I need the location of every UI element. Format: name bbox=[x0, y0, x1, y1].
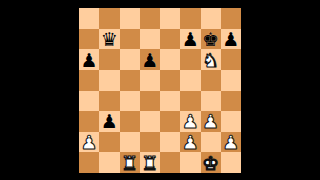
square-d4[interactable] bbox=[140, 91, 160, 112]
square-b2[interactable] bbox=[99, 132, 119, 153]
white-pawn-piece[interactable]: ♟ bbox=[202, 111, 219, 131]
square-a6[interactable]: ♟ bbox=[79, 49, 99, 70]
square-c1[interactable]: ♜ bbox=[120, 152, 140, 173]
square-f4[interactable] bbox=[180, 91, 200, 112]
square-d5[interactable] bbox=[140, 70, 160, 91]
black-pawn-piece[interactable]: ♟ bbox=[81, 50, 98, 70]
square-e4[interactable] bbox=[160, 91, 180, 112]
square-c4[interactable] bbox=[120, 91, 140, 112]
square-d1[interactable]: ♜ bbox=[140, 152, 160, 173]
square-b1[interactable] bbox=[99, 152, 119, 173]
white-king-piece[interactable]: ♚ bbox=[202, 153, 219, 173]
black-queen-piece[interactable]: ♛ bbox=[101, 29, 118, 49]
square-g1[interactable]: ♚ bbox=[201, 152, 221, 173]
square-g4[interactable] bbox=[201, 91, 221, 112]
square-e5[interactable] bbox=[160, 70, 180, 91]
white-pawn-piece[interactable]: ♟ bbox=[222, 132, 239, 152]
square-c8[interactable] bbox=[120, 8, 140, 29]
square-a2[interactable]: ♟ bbox=[79, 132, 99, 153]
square-c2[interactable] bbox=[120, 132, 140, 153]
square-a3[interactable] bbox=[79, 111, 99, 132]
chess-board: ♛♟♚♟♟♟♞♟♟♟♟♟♟♜♜♚ bbox=[79, 8, 241, 173]
square-h1[interactable] bbox=[221, 152, 241, 173]
black-pawn-piece[interactable]: ♟ bbox=[222, 29, 239, 49]
square-e1[interactable] bbox=[160, 152, 180, 173]
square-e8[interactable] bbox=[160, 8, 180, 29]
square-a7[interactable] bbox=[79, 29, 99, 50]
square-g2[interactable] bbox=[201, 132, 221, 153]
square-d2[interactable] bbox=[140, 132, 160, 153]
white-rook-piece[interactable]: ♜ bbox=[141, 153, 158, 173]
square-d6[interactable]: ♟ bbox=[140, 49, 160, 70]
square-a5[interactable] bbox=[79, 70, 99, 91]
square-g7[interactable]: ♚ bbox=[201, 29, 221, 50]
square-g5[interactable] bbox=[201, 70, 221, 91]
square-f5[interactable] bbox=[180, 70, 200, 91]
letterbox-background: ♛♟♚♟♟♟♞♟♟♟♟♟♟♜♜♚ bbox=[0, 0, 320, 180]
square-h7[interactable]: ♟ bbox=[221, 29, 241, 50]
square-f1[interactable] bbox=[180, 152, 200, 173]
square-g6[interactable]: ♞ bbox=[201, 49, 221, 70]
square-b8[interactable] bbox=[99, 8, 119, 29]
square-e6[interactable] bbox=[160, 49, 180, 70]
square-d8[interactable] bbox=[140, 8, 160, 29]
square-b4[interactable] bbox=[99, 91, 119, 112]
white-pawn-piece[interactable]: ♟ bbox=[81, 132, 98, 152]
square-f7[interactable]: ♟ bbox=[180, 29, 200, 50]
square-g3[interactable]: ♟ bbox=[201, 111, 221, 132]
square-d3[interactable] bbox=[140, 111, 160, 132]
square-b3[interactable]: ♟ bbox=[99, 111, 119, 132]
square-c5[interactable] bbox=[120, 70, 140, 91]
square-f6[interactable] bbox=[180, 49, 200, 70]
black-pawn-piece[interactable]: ♟ bbox=[141, 50, 158, 70]
square-e7[interactable] bbox=[160, 29, 180, 50]
square-f8[interactable] bbox=[180, 8, 200, 29]
square-h6[interactable] bbox=[221, 49, 241, 70]
white-pawn-piece[interactable]: ♟ bbox=[182, 132, 199, 152]
square-f3[interactable]: ♟ bbox=[180, 111, 200, 132]
square-e2[interactable] bbox=[160, 132, 180, 153]
square-a1[interactable] bbox=[79, 152, 99, 173]
square-c7[interactable] bbox=[120, 29, 140, 50]
square-h8[interactable] bbox=[221, 8, 241, 29]
white-rook-piece[interactable]: ♜ bbox=[121, 153, 138, 173]
square-h4[interactable] bbox=[221, 91, 241, 112]
square-b6[interactable] bbox=[99, 49, 119, 70]
square-h2[interactable]: ♟ bbox=[221, 132, 241, 153]
square-g8[interactable] bbox=[201, 8, 221, 29]
square-a4[interactable] bbox=[79, 91, 99, 112]
white-pawn-piece[interactable]: ♟ bbox=[182, 111, 199, 131]
square-h5[interactable] bbox=[221, 70, 241, 91]
square-c6[interactable] bbox=[120, 49, 140, 70]
square-e3[interactable] bbox=[160, 111, 180, 132]
square-b7[interactable]: ♛ bbox=[99, 29, 119, 50]
square-f2[interactable]: ♟ bbox=[180, 132, 200, 153]
black-king-piece[interactable]: ♚ bbox=[202, 29, 219, 49]
square-h3[interactable] bbox=[221, 111, 241, 132]
square-c3[interactable] bbox=[120, 111, 140, 132]
square-d7[interactable] bbox=[140, 29, 160, 50]
square-b5[interactable] bbox=[99, 70, 119, 91]
square-a8[interactable] bbox=[79, 8, 99, 29]
white-knight-piece[interactable]: ♞ bbox=[202, 50, 219, 70]
black-pawn-piece[interactable]: ♟ bbox=[182, 29, 199, 49]
black-pawn-piece[interactable]: ♟ bbox=[101, 111, 118, 131]
